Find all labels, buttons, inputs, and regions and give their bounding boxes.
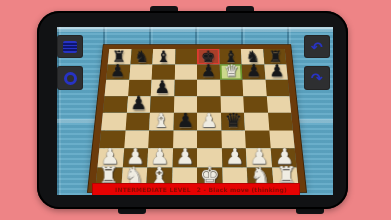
white-bishop[interactable]: ♝ (149, 111, 173, 130)
square-e4[interactable]: ♟ (197, 113, 221, 130)
square-c4[interactable]: ♝ (149, 113, 173, 130)
square-b5[interactable]: ♟ (126, 96, 150, 113)
square-e3[interactable] (197, 130, 221, 148)
square-c8[interactable]: ♝ (152, 49, 175, 64)
square-c6[interactable]: ♟ (151, 80, 175, 96)
square-b7[interactable] (129, 64, 152, 80)
square-h4[interactable] (268, 113, 293, 130)
status-bar: INTERMEDIATE LEVEL 2 - Black move (think… (93, 184, 299, 195)
white-pawn[interactable]: ♟ (172, 146, 197, 167)
undo-button[interactable]: ↶ (305, 36, 329, 57)
square-d7[interactable] (174, 64, 197, 80)
square-b4[interactable] (125, 113, 150, 130)
black-knight[interactable]: ♞ (130, 49, 152, 65)
square-d6[interactable] (174, 80, 197, 96)
square-a4[interactable] (101, 113, 126, 130)
undo-arrow-icon: ↶ (311, 40, 323, 54)
ring-icon (64, 72, 77, 85)
square-d2[interactable]: ♟ (172, 148, 197, 167)
black-pawn[interactable]: ♟ (106, 63, 129, 80)
square-e6[interactable] (197, 80, 220, 96)
square-a6[interactable] (105, 80, 129, 96)
new-game-button[interactable] (58, 67, 82, 89)
black-queen[interactable]: ♛ (221, 111, 245, 130)
redo-arrow-icon: ↷ (311, 71, 323, 85)
square-d8[interactable] (175, 49, 197, 64)
white-pawn[interactable]: ♟ (222, 146, 247, 167)
redo-button[interactable]: ↷ (305, 67, 329, 89)
square-h7[interactable]: ♟ (264, 64, 288, 80)
black-pawn[interactable]: ♟ (126, 95, 150, 113)
chess-board: ♜♞♝♚♝♞♜♟♟♛♟♟♟♟♝♟♟♛♟♟♟♟♟♟♟♜♞♝♚♞♜ (88, 45, 306, 192)
black-pawn[interactable]: ♟ (242, 63, 265, 80)
square-h6[interactable] (265, 80, 289, 96)
square-f7[interactable]: ♛ (219, 64, 242, 80)
square-b8[interactable]: ♞ (130, 49, 153, 64)
square-h5[interactable] (266, 96, 291, 113)
phone-frame: ↶ ↷ ♜♞♝♚♝♞♜♟♟♛♟♟♟♟♝♟♟♛♟♟♟♟♟♟♟♜♞♝♚♞♜ INTE… (37, 11, 348, 209)
square-e7[interactable]: ♟ (197, 64, 220, 80)
white-queen[interactable]: ♛ (220, 63, 243, 80)
black-pawn[interactable]: ♟ (173, 111, 197, 130)
square-g5[interactable] (243, 96, 267, 113)
square-a5[interactable] (103, 96, 128, 113)
desk-background: ↶ ↷ ♜♞♝♚♝♞♜♟♟♛♟♟♟♟♝♟♟♛♟♟♟♟♟♟♟♜♞♝♚♞♜ INTE… (0, 0, 391, 220)
square-g6[interactable] (242, 80, 266, 96)
white-pawn[interactable]: ♟ (197, 111, 221, 130)
square-f6[interactable] (220, 80, 244, 96)
hamburger-icon (63, 41, 77, 53)
black-pawn[interactable]: ♟ (197, 63, 220, 80)
square-a7[interactable]: ♟ (106, 64, 130, 80)
app-screen: ↶ ↷ ♜♞♝♚♝♞♜♟♟♛♟♟♟♟♝♟♟♛♟♟♟♟♟♟♟♜♞♝♚♞♜ INTE… (57, 27, 333, 195)
square-g7[interactable]: ♟ (242, 64, 265, 80)
black-pawn[interactable]: ♟ (151, 79, 174, 96)
square-d4[interactable]: ♟ (173, 113, 197, 130)
square-f4[interactable]: ♛ (221, 113, 245, 130)
level-label: INTERMEDIATE LEVEL (115, 186, 191, 193)
black-pawn[interactable]: ♟ (265, 63, 288, 80)
square-f2[interactable]: ♟ (221, 148, 246, 167)
menu-button[interactable] (58, 36, 82, 57)
square-g4[interactable] (244, 113, 269, 130)
board-grid: ♜♞♝♚♝♞♜♟♟♛♟♟♟♟♝♟♟♛♟♟♟♟♟♟♟♜♞♝♚♞♜ (88, 45, 306, 192)
black-bishop[interactable]: ♝ (152, 49, 174, 65)
move-status-label: 2 - Black move (thinking) (197, 186, 287, 193)
